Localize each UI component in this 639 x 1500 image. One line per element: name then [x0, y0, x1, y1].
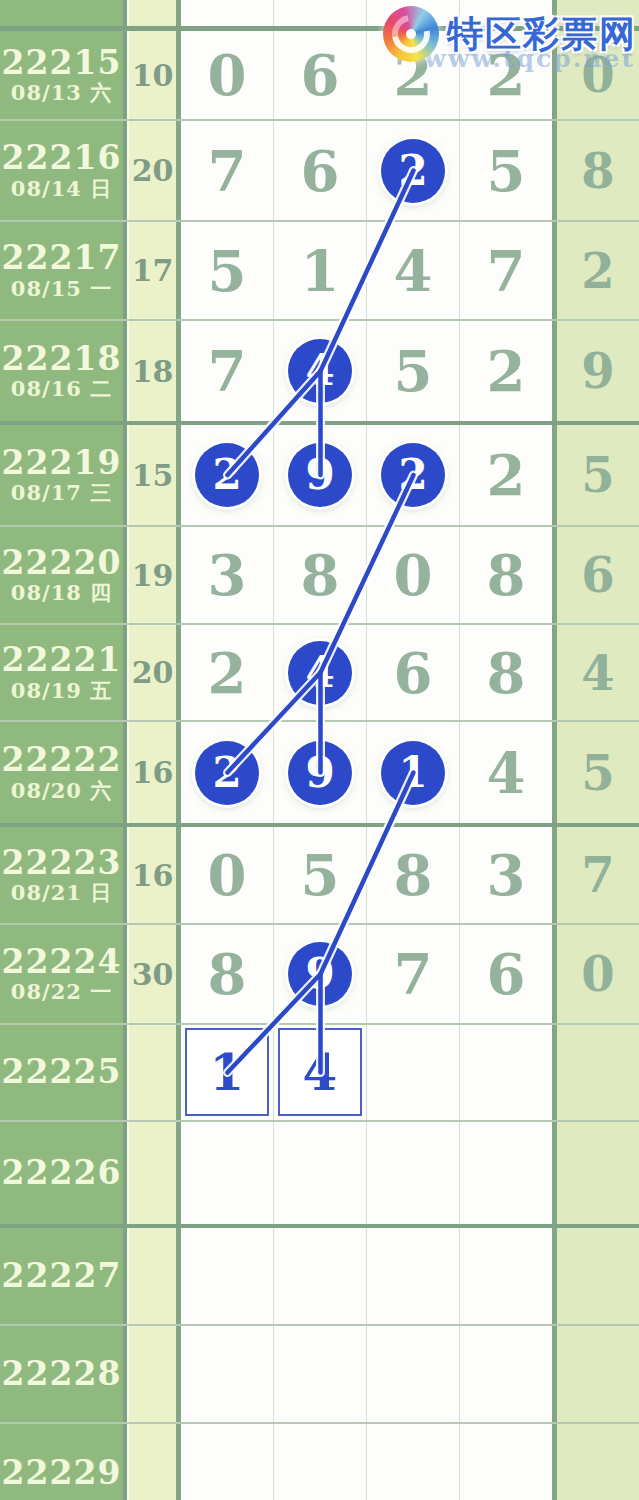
sum-cell: 18 — [127, 321, 181, 421]
issue-number: 22224 — [2, 945, 122, 980]
tail-digit: 8 — [581, 147, 614, 195]
draw-date: 08/15 一 — [11, 277, 112, 300]
digit: 1 — [301, 243, 340, 299]
tail-cell: 0 — [557, 925, 639, 1023]
draw-date: 08/13 六 — [11, 81, 112, 104]
sum-cell: 17 — [127, 222, 181, 319]
issue-cell: 22229 — [0, 1424, 127, 1500]
issue-cell: 2222208/20 六 — [0, 722, 127, 823]
issue-cell: 2222408/22 一 — [0, 925, 127, 1023]
digit-cell-3 — [367, 1122, 460, 1224]
tail-cell — [557, 1122, 639, 1224]
issue-cell: 22225 — [0, 1025, 127, 1120]
tail-cell: 8 — [557, 121, 639, 220]
digit-cell-2: 9 — [274, 425, 367, 525]
digit-cell-4: 2 — [460, 425, 557, 525]
draw-row-22218: 2221808/16 二1874529 — [0, 321, 639, 425]
tail-digit: 7 — [581, 851, 614, 899]
digit-cell-4 — [460, 1424, 557, 1500]
issue-number: 22222 — [2, 743, 122, 778]
digit-cell-3 — [367, 1025, 460, 1120]
digit-cell-1: 2 — [181, 722, 274, 823]
digit-cell-3: 2 — [367, 121, 460, 220]
digit: 4 — [487, 745, 526, 801]
digit-cell-1: 7 — [181, 121, 274, 220]
lottery-trend-chart: 2221508/13 六10062202221608/14 日207625822… — [0, 0, 639, 1500]
digit-cell-1: 1 — [181, 1025, 274, 1120]
digit-cell-3: 4 — [367, 222, 460, 319]
tail-cell: 4 — [557, 625, 639, 720]
digit-cell-1: 2 — [181, 625, 274, 720]
digit: 2 — [487, 447, 526, 503]
issue-number: 22220 — [2, 546, 122, 581]
digit: 5 — [487, 143, 526, 199]
tail-cell: 5 — [557, 425, 639, 525]
circled-digit: 2 — [195, 741, 259, 805]
digit: 2 — [208, 645, 247, 701]
sum-cell: 10 — [127, 31, 181, 119]
digit: 4 — [394, 243, 433, 299]
sum-cell — [127, 1326, 181, 1422]
logo-swirl-icon — [383, 6, 439, 62]
draw-date: 08/17 三 — [11, 481, 112, 504]
tail-digit: 2 — [581, 247, 614, 295]
digit-cell-4: 6 — [460, 925, 557, 1023]
digit-cell-2: 6 — [274, 121, 367, 220]
draw-row-22229: 22229 — [0, 1424, 639, 1500]
site-logo[interactable]: 特区彩票网 — [383, 6, 637, 62]
predicted-digit-box: 1 — [185, 1028, 269, 1116]
tail-cell: 7 — [557, 827, 639, 923]
digit-cell — [274, 0, 367, 26]
issue-number: 22219 — [2, 446, 122, 481]
issue-number: 22216 — [2, 141, 122, 176]
digit-cell-4 — [460, 1326, 557, 1422]
sum-cell: 15 — [127, 425, 181, 525]
tail-digit: 5 — [581, 749, 614, 797]
draw-row-22221: 2222108/19 五2024684 — [0, 625, 639, 722]
draw-row-22226: 22226 — [0, 1122, 639, 1228]
digit-cell-2 — [274, 1424, 367, 1500]
sum-cell: 19 — [127, 527, 181, 623]
circled-digit: 9 — [288, 443, 352, 507]
circled-digit: 4 — [288, 339, 352, 403]
digit-cell-3 — [367, 1424, 460, 1500]
digit-cell-4: 7 — [460, 222, 557, 319]
issue-number: 22229 — [2, 1456, 122, 1491]
tail-digit: 6 — [581, 551, 614, 599]
draw-row-22227: 22227 — [0, 1228, 639, 1326]
digit-cell — [181, 0, 274, 26]
digit-cell-3 — [367, 1228, 460, 1324]
digit-cell-2: 4 — [274, 1025, 367, 1120]
digit-cell-1: 0 — [181, 31, 274, 119]
digit-cell-4: 2 — [460, 321, 557, 421]
digit-cell-1 — [181, 1122, 274, 1224]
circled-digit: 9 — [288, 942, 352, 1006]
digit-cell-1: 0 — [181, 827, 274, 923]
draw-row-22224: 2222408/22 一3089760 — [0, 925, 639, 1025]
draw-row-22219: 2221908/17 三1529225 — [0, 425, 639, 527]
digit: 5 — [208, 243, 247, 299]
draw-row-22217: 2221708/15 一1751472 — [0, 222, 639, 321]
digit-cell-4 — [460, 1228, 557, 1324]
draw-row-22228: 22228 — [0, 1326, 639, 1424]
digit-cell-3 — [367, 1326, 460, 1422]
digit: 7 — [208, 143, 247, 199]
digit-cell-1: 2 — [181, 425, 274, 525]
digit-cell-2 — [274, 1122, 367, 1224]
sum-cell: 30 — [127, 925, 181, 1023]
issue-number: 22218 — [2, 342, 122, 377]
issue-cell: 2221808/16 二 — [0, 321, 127, 421]
tail-digit: 4 — [581, 649, 614, 697]
issue-cell: 2221508/13 六 — [0, 31, 127, 119]
tail-cell: 5 — [557, 722, 639, 823]
draw-rows: 2221508/13 六10062202221608/14 日207625822… — [0, 0, 639, 1500]
tail-cell — [557, 1424, 639, 1500]
issue-number: 22225 — [2, 1055, 122, 1090]
tail-digit: 0 — [581, 950, 614, 998]
digit-cell-2: 4 — [274, 321, 367, 421]
digit-cell-1 — [181, 1228, 274, 1324]
issue-number: 22227 — [2, 1259, 122, 1294]
issue-cell: 2221708/15 一 — [0, 222, 127, 319]
digit: 8 — [487, 547, 526, 603]
draw-date: 08/22 一 — [11, 980, 112, 1003]
draw-date: 08/14 日 — [11, 177, 112, 200]
digit-cell-4: 8 — [460, 625, 557, 720]
digit: 0 — [208, 847, 247, 903]
issue-cell: 2222008/18 四 — [0, 527, 127, 623]
digit-cell-3: 8 — [367, 827, 460, 923]
issue-cell: 2221608/14 日 — [0, 121, 127, 220]
digit-cell-2 — [274, 1326, 367, 1422]
draw-row-22223: 2222308/21 日1605837 — [0, 827, 639, 925]
digit-cell-3: 0 — [367, 527, 460, 623]
sum-cell: 20 — [127, 625, 181, 720]
circled-digit: 1 — [381, 741, 445, 805]
issue-cell — [0, 0, 127, 26]
digit: 7 — [394, 946, 433, 1002]
digit-cell-1: 5 — [181, 222, 274, 319]
digit-cell-3: 2 — [367, 425, 460, 525]
sum-cell — [127, 1025, 181, 1120]
tail-cell: 6 — [557, 527, 639, 623]
digit-cell-1 — [181, 1326, 274, 1422]
digit: 8 — [487, 645, 526, 701]
digit-cell-4: 3 — [460, 827, 557, 923]
digit-cell-4: 8 — [460, 527, 557, 623]
digit-cell-4: 5 — [460, 121, 557, 220]
sum-cell — [127, 1122, 181, 1224]
digit-cell-2 — [274, 1228, 367, 1324]
tail-digit: 9 — [581, 347, 614, 395]
digit-cell-1: 3 — [181, 527, 274, 623]
draw-date: 08/21 日 — [11, 881, 112, 904]
sum-cell — [127, 1228, 181, 1324]
issue-cell: 2222308/21 日 — [0, 827, 127, 923]
draw-date: 08/20 六 — [11, 779, 112, 802]
circled-digit: 2 — [195, 443, 259, 507]
tail-cell — [557, 1326, 639, 1422]
issue-number: 22226 — [2, 1156, 122, 1191]
tail-digit: 5 — [581, 451, 614, 499]
digit-cell-4 — [460, 1122, 557, 1224]
digit-cell-3: 5 — [367, 321, 460, 421]
digit-cell-2: 9 — [274, 925, 367, 1023]
digit-cell-1: 7 — [181, 321, 274, 421]
digit-cell-2: 1 — [274, 222, 367, 319]
issue-number: 22221 — [2, 643, 122, 678]
issue-cell: 2221908/17 三 — [0, 425, 127, 525]
digit: 8 — [301, 547, 340, 603]
digit: 7 — [487, 243, 526, 299]
digit-cell-4: 4 — [460, 722, 557, 823]
digit-cell-4 — [460, 1025, 557, 1120]
circled-digit: 2 — [381, 139, 445, 203]
draw-row-22220: 2222008/18 四1938086 — [0, 527, 639, 625]
digit: 6 — [394, 645, 433, 701]
digit-cell-3: 6 — [367, 625, 460, 720]
issue-cell: 22227 — [0, 1228, 127, 1324]
sum-cell: 20 — [127, 121, 181, 220]
digit-cell-1 — [181, 1424, 274, 1500]
digit: 3 — [487, 847, 526, 903]
tail-cell: 9 — [557, 321, 639, 421]
issue-number: 22215 — [2, 46, 122, 81]
digit-cell-3: 7 — [367, 925, 460, 1023]
predicted-digit-box: 4 — [278, 1028, 362, 1116]
issue-number: 22223 — [2, 846, 122, 881]
digit-cell-1: 8 — [181, 925, 274, 1023]
digit: 7 — [208, 343, 247, 399]
digit-cell-2: 4 — [274, 625, 367, 720]
draw-row-22216: 2221608/14 日2076258 — [0, 121, 639, 222]
digit: 8 — [208, 946, 247, 1002]
draw-date: 08/18 四 — [11, 581, 112, 604]
draw-date: 08/19 五 — [11, 679, 112, 702]
draw-date: 08/16 二 — [11, 377, 112, 400]
digit: 6 — [301, 47, 340, 103]
digit: 5 — [301, 847, 340, 903]
digit: 0 — [394, 547, 433, 603]
digit-cell-3: 1 — [367, 722, 460, 823]
sum-cell: 16 — [127, 827, 181, 923]
issue-cell: 2222108/19 五 — [0, 625, 127, 720]
site-name: 特区彩票网 — [447, 10, 637, 59]
circled-digit: 2 — [381, 443, 445, 507]
issue-cell: 22226 — [0, 1122, 127, 1224]
circled-digit: 4 — [288, 641, 352, 705]
digit-cell-2: 5 — [274, 827, 367, 923]
sum-cell: 16 — [127, 722, 181, 823]
digit-cell-2: 6 — [274, 31, 367, 119]
digit: 3 — [208, 547, 247, 603]
issue-number: 22228 — [2, 1357, 122, 1392]
sum-cell — [127, 1424, 181, 1500]
digit-cell-2: 8 — [274, 527, 367, 623]
digit: 0 — [208, 47, 247, 103]
digit: 5 — [394, 343, 433, 399]
digit-cell-2: 9 — [274, 722, 367, 823]
digit: 8 — [394, 847, 433, 903]
digit: 6 — [487, 946, 526, 1002]
tail-cell: 2 — [557, 222, 639, 319]
draw-row-22225: 2222514 — [0, 1025, 639, 1122]
issue-cell: 22228 — [0, 1326, 127, 1422]
tail-cell — [557, 1025, 639, 1120]
tail-cell — [557, 1228, 639, 1324]
circled-digit: 9 — [288, 741, 352, 805]
digit: 6 — [301, 143, 340, 199]
draw-row-22222: 2222208/20 六1629145 — [0, 722, 639, 827]
sum-cell — [127, 0, 181, 26]
issue-number: 22217 — [2, 241, 122, 276]
digit: 2 — [487, 343, 526, 399]
